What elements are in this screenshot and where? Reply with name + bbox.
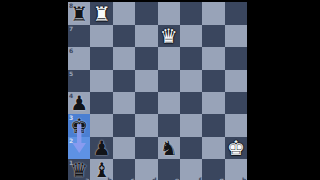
square-e4[interactable]: [158, 92, 180, 114]
square-b8[interactable]: ♜: [90, 2, 112, 24]
square-f1[interactable]: f: [180, 159, 202, 180]
square-a7[interactable]: 7: [68, 25, 90, 47]
square-f3[interactable]: [180, 114, 202, 136]
black-pawn[interactable]: ♟: [68, 92, 90, 114]
square-d6[interactable]: [135, 47, 157, 69]
square-g3[interactable]: [202, 114, 224, 136]
square-f2[interactable]: [180, 137, 202, 159]
rank-label-2: 2: [69, 137, 73, 144]
black-rook[interactable]: ♜: [68, 2, 90, 24]
file-label-g: g: [219, 176, 223, 180]
rank-label-7: 7: [69, 25, 73, 32]
square-e3[interactable]: [158, 114, 180, 136]
square-d7[interactable]: [135, 25, 157, 47]
white-rook[interactable]: ♜: [90, 2, 112, 24]
square-h3[interactable]: [225, 114, 247, 136]
file-label-d: d: [152, 176, 156, 180]
square-b2[interactable]: ♟: [90, 137, 112, 159]
square-h8[interactable]: [225, 2, 247, 24]
square-g5[interactable]: [202, 70, 224, 92]
square-g2[interactable]: [202, 137, 224, 159]
square-b5[interactable]: [90, 70, 112, 92]
square-f7[interactable]: [180, 25, 202, 47]
black-king[interactable]: ♚: [68, 114, 90, 136]
square-c6[interactable]: [113, 47, 135, 69]
square-c5[interactable]: [113, 70, 135, 92]
square-d4[interactable]: [135, 92, 157, 114]
square-b4[interactable]: [90, 92, 112, 114]
square-a5[interactable]: 5: [68, 70, 90, 92]
square-e6[interactable]: [158, 47, 180, 69]
square-c4[interactable]: [113, 92, 135, 114]
black-pawn[interactable]: ♟: [90, 137, 112, 159]
square-e5[interactable]: [158, 70, 180, 92]
page-background: 8♜♜7♛654♟3♚2♟♞♚1a♛b♝cdefgh: [0, 0, 320, 180]
file-label-e: e: [175, 176, 179, 180]
square-h5[interactable]: [225, 70, 247, 92]
square-b6[interactable]: [90, 47, 112, 69]
square-d8[interactable]: [135, 2, 157, 24]
square-e7[interactable]: ♛: [158, 25, 180, 47]
square-a2[interactable]: 2: [68, 137, 90, 159]
rank-label-5: 5: [69, 70, 73, 77]
square-f8[interactable]: [180, 2, 202, 24]
square-d3[interactable]: [135, 114, 157, 136]
square-d2[interactable]: [135, 137, 157, 159]
square-e2[interactable]: ♞: [158, 137, 180, 159]
square-c2[interactable]: [113, 137, 135, 159]
square-f4[interactable]: [180, 92, 202, 114]
file-label-h: h: [242, 176, 246, 180]
square-h6[interactable]: [225, 47, 247, 69]
square-e8[interactable]: [158, 2, 180, 24]
square-g6[interactable]: [202, 47, 224, 69]
square-c8[interactable]: [113, 2, 135, 24]
square-a4[interactable]: 4♟: [68, 92, 90, 114]
square-a1[interactable]: 1a♛: [68, 159, 90, 180]
square-g8[interactable]: [202, 2, 224, 24]
square-f5[interactable]: [180, 70, 202, 92]
rank-label-6: 6: [69, 47, 73, 54]
square-c3[interactable]: [113, 114, 135, 136]
square-a8[interactable]: 8♜: [68, 2, 90, 24]
white-king[interactable]: ♚: [225, 137, 247, 159]
square-f6[interactable]: [180, 47, 202, 69]
white-queen[interactable]: ♛: [158, 25, 180, 47]
square-h1[interactable]: h: [225, 159, 247, 180]
square-b1[interactable]: b♝: [90, 159, 112, 180]
black-queen[interactable]: ♛: [68, 159, 90, 180]
file-label-f: f: [199, 176, 202, 180]
square-d1[interactable]: d: [135, 159, 157, 180]
square-g4[interactable]: [202, 92, 224, 114]
square-b7[interactable]: [90, 25, 112, 47]
square-b3[interactable]: [90, 114, 112, 136]
square-e1[interactable]: e: [158, 159, 180, 180]
square-h7[interactable]: [225, 25, 247, 47]
square-g7[interactable]: [202, 25, 224, 47]
chess-board: 8♜♜7♛654♟3♚2♟♞♚1a♛b♝cdefgh: [68, 2, 247, 180]
square-h4[interactable]: [225, 92, 247, 114]
square-d5[interactable]: [135, 70, 157, 92]
square-h2[interactable]: ♚: [225, 137, 247, 159]
file-label-c: c: [131, 176, 135, 180]
square-g1[interactable]: g: [202, 159, 224, 180]
black-knight[interactable]: ♞: [158, 137, 180, 159]
square-a6[interactable]: 6: [68, 47, 90, 69]
square-c7[interactable]: [113, 25, 135, 47]
black-bishop[interactable]: ♝: [90, 159, 112, 180]
square-a3[interactable]: 3♚: [68, 114, 90, 136]
square-c1[interactable]: c: [113, 159, 135, 180]
